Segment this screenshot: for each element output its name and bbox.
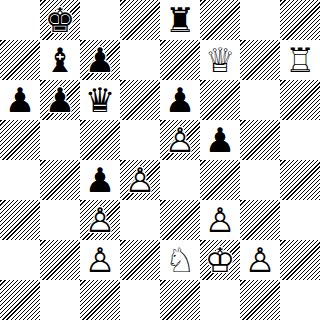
piece-glyph: ♟ — [40, 80, 80, 120]
square-c4[interactable]: ♟♟ — [80, 160, 120, 200]
square-b2[interactable] — [40, 240, 80, 280]
square-a5[interactable] — [0, 120, 40, 160]
square-g3[interactable] — [240, 200, 280, 240]
square-d8[interactable] — [120, 0, 160, 40]
white-queen-icon[interactable]: ♛♕ — [200, 40, 240, 80]
square-f8[interactable] — [200, 0, 240, 40]
white-king-icon[interactable]: ♚♔ — [200, 240, 240, 280]
black-pawn-icon[interactable]: ♟♟ — [200, 120, 240, 160]
square-c2[interactable]: ♟♙ — [80, 240, 120, 280]
square-h2[interactable] — [280, 240, 320, 280]
square-d7[interactable] — [120, 40, 160, 80]
white-pawn-icon[interactable]: ♟♙ — [80, 240, 120, 280]
square-d2[interactable] — [120, 240, 160, 280]
piece-glyph: ♚ — [40, 0, 80, 40]
square-e5[interactable]: ♟♙ — [160, 120, 200, 160]
piece-glyph: ♟ — [160, 80, 200, 120]
square-d4[interactable]: ♟♙ — [120, 160, 160, 200]
square-e4[interactable] — [160, 160, 200, 200]
white-pawn-icon[interactable]: ♟♙ — [160, 120, 200, 160]
square-e7[interactable] — [160, 40, 200, 80]
piece-glyph: ♔ — [200, 240, 240, 280]
white-knight-icon[interactable]: ♞♘ — [160, 240, 200, 280]
square-h8[interactable] — [280, 0, 320, 40]
square-d5[interactable] — [120, 120, 160, 160]
piece-glyph: ♜ — [160, 0, 200, 40]
square-f7[interactable]: ♛♕ — [200, 40, 240, 80]
square-b4[interactable] — [40, 160, 80, 200]
square-e3[interactable] — [160, 200, 200, 240]
square-f3[interactable]: ♟♙ — [200, 200, 240, 240]
piece-glyph: ♝ — [40, 40, 80, 80]
square-g2[interactable]: ♟♙ — [240, 240, 280, 280]
piece-glyph: ♘ — [160, 240, 200, 280]
square-h6[interactable] — [280, 80, 320, 120]
piece-glyph: ♙ — [240, 240, 280, 280]
square-a3[interactable] — [0, 200, 40, 240]
piece-glyph: ♙ — [160, 120, 200, 160]
black-queen-icon[interactable]: ♛♛ — [80, 80, 120, 120]
square-g5[interactable] — [240, 120, 280, 160]
square-c6[interactable]: ♛♛ — [80, 80, 120, 120]
white-rook-icon[interactable]: ♜♖ — [280, 40, 320, 80]
black-pawn-icon[interactable]: ♟♟ — [40, 80, 80, 120]
piece-glyph: ♟ — [0, 80, 40, 120]
piece-glyph: ♕ — [200, 40, 240, 80]
white-pawn-icon[interactable]: ♟♙ — [80, 200, 120, 240]
square-f1[interactable] — [200, 280, 240, 320]
piece-glyph: ♖ — [280, 40, 320, 80]
square-e1[interactable] — [160, 280, 200, 320]
white-pawn-icon[interactable]: ♟♙ — [240, 240, 280, 280]
black-pawn-icon[interactable]: ♟♟ — [0, 80, 40, 120]
square-h7[interactable]: ♜♖ — [280, 40, 320, 80]
square-g8[interactable] — [240, 0, 280, 40]
square-d1[interactable] — [120, 280, 160, 320]
piece-glyph: ♛ — [80, 80, 120, 120]
chess-diagram: ♚♚♜♜♝♝♟♟♛♕♜♖♟♟♟♟♛♛♟♟♟♙♟♟♟♟♟♙♟♙♟♙♟♙♞♘♚♔♟♙ — [0, 0, 320, 320]
square-g1[interactable] — [240, 280, 280, 320]
square-b5[interactable] — [40, 120, 80, 160]
square-b3[interactable] — [40, 200, 80, 240]
white-pawn-icon[interactable]: ♟♙ — [120, 160, 160, 200]
square-b7[interactable]: ♝♝ — [40, 40, 80, 80]
square-g7[interactable] — [240, 40, 280, 80]
square-e2[interactable]: ♞♘ — [160, 240, 200, 280]
square-a6[interactable]: ♟♟ — [0, 80, 40, 120]
chess-board: ♚♚♜♜♝♝♟♟♛♕♜♖♟♟♟♟♛♛♟♟♟♙♟♟♟♟♟♙♟♙♟♙♟♙♞♘♚♔♟♙ — [0, 0, 320, 320]
square-b6[interactable]: ♟♟ — [40, 80, 80, 120]
square-a2[interactable] — [0, 240, 40, 280]
piece-glyph: ♙ — [80, 200, 120, 240]
square-h4[interactable] — [280, 160, 320, 200]
square-b1[interactable] — [40, 280, 80, 320]
black-pawn-icon[interactable]: ♟♟ — [80, 160, 120, 200]
square-c1[interactable] — [80, 280, 120, 320]
black-pawn-icon[interactable]: ♟♟ — [160, 80, 200, 120]
square-a4[interactable] — [0, 160, 40, 200]
square-c7[interactable]: ♟♟ — [80, 40, 120, 80]
square-h5[interactable] — [280, 120, 320, 160]
square-f2[interactable]: ♚♔ — [200, 240, 240, 280]
piece-glyph: ♟ — [80, 40, 120, 80]
black-pawn-icon[interactable]: ♟♟ — [80, 40, 120, 80]
black-bishop-icon[interactable]: ♝♝ — [40, 40, 80, 80]
piece-glyph: ♟ — [80, 160, 120, 200]
black-king-icon[interactable]: ♚♚ — [40, 0, 80, 40]
square-f5[interactable]: ♟♟ — [200, 120, 240, 160]
square-e8[interactable]: ♜♜ — [160, 0, 200, 40]
piece-glyph: ♟ — [200, 120, 240, 160]
square-b8[interactable]: ♚♚ — [40, 0, 80, 40]
square-f4[interactable] — [200, 160, 240, 200]
square-a1[interactable] — [0, 280, 40, 320]
square-c8[interactable] — [80, 0, 120, 40]
square-c3[interactable]: ♟♙ — [80, 200, 120, 240]
square-e6[interactable]: ♟♟ — [160, 80, 200, 120]
white-pawn-icon[interactable]: ♟♙ — [200, 200, 240, 240]
square-f6[interactable] — [200, 80, 240, 120]
square-h1[interactable] — [280, 280, 320, 320]
square-c5[interactable] — [80, 120, 120, 160]
piece-glyph: ♙ — [120, 160, 160, 200]
square-a7[interactable] — [0, 40, 40, 80]
black-rook-icon[interactable]: ♜♜ — [160, 0, 200, 40]
square-g4[interactable] — [240, 160, 280, 200]
piece-glyph: ♙ — [200, 200, 240, 240]
square-a8[interactable] — [0, 0, 40, 40]
square-d3[interactable] — [120, 200, 160, 240]
square-h3[interactable] — [280, 200, 320, 240]
piece-glyph: ♙ — [80, 240, 120, 280]
square-d6[interactable] — [120, 80, 160, 120]
square-g6[interactable] — [240, 80, 280, 120]
